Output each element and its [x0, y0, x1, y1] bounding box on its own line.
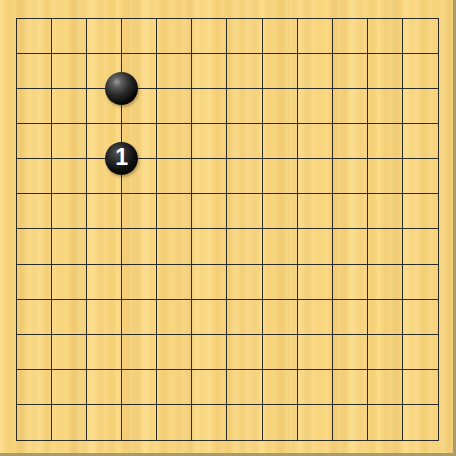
intersection[interactable] — [386, 177, 421, 212]
intersection[interactable] — [0, 247, 33, 282]
intersection[interactable] — [0, 318, 33, 353]
intersection[interactable] — [33, 141, 68, 176]
intersection[interactable] — [69, 247, 104, 282]
intersection[interactable] — [175, 424, 210, 456]
intersection[interactable] — [104, 177, 139, 212]
intersection[interactable] — [351, 0, 386, 35]
intersection[interactable] — [210, 247, 245, 282]
intersection[interactable] — [0, 141, 33, 176]
intersection[interactable] — [351, 212, 386, 247]
intersection[interactable] — [280, 71, 315, 106]
intersection[interactable] — [33, 318, 68, 353]
intersection[interactable] — [386, 247, 421, 282]
intersection[interactable] — [245, 424, 280, 456]
intersection[interactable] — [0, 212, 33, 247]
intersection[interactable] — [175, 35, 210, 70]
intersection[interactable] — [104, 212, 139, 247]
intersection[interactable] — [175, 247, 210, 282]
intersection[interactable] — [351, 106, 386, 141]
intersection[interactable] — [210, 0, 245, 35]
intersection[interactable] — [351, 388, 386, 423]
intersection[interactable] — [422, 177, 456, 212]
intersection[interactable] — [69, 318, 104, 353]
intersection[interactable]: 1 — [104, 141, 139, 176]
intersection[interactable] — [175, 141, 210, 176]
intersection[interactable] — [69, 177, 104, 212]
intersection[interactable] — [316, 282, 351, 317]
intersection[interactable] — [33, 247, 68, 282]
intersection[interactable] — [386, 282, 421, 317]
black-stone-move-1: 1 — [105, 142, 138, 175]
intersection[interactable] — [104, 388, 139, 423]
intersection[interactable] — [245, 35, 280, 70]
intersection[interactable] — [175, 177, 210, 212]
intersection[interactable] — [245, 0, 280, 35]
intersection[interactable] — [386, 106, 421, 141]
intersection[interactable] — [0, 388, 33, 423]
intersection[interactable] — [351, 177, 386, 212]
intersection[interactable] — [104, 353, 139, 388]
intersection[interactable] — [139, 177, 174, 212]
intersection[interactable] — [422, 35, 456, 70]
intersection[interactable] — [104, 35, 139, 70]
intersection[interactable] — [69, 282, 104, 317]
intersection[interactable] — [280, 282, 315, 317]
intersection[interactable] — [33, 282, 68, 317]
intersection[interactable] — [280, 388, 315, 423]
board-intersections: 1 — [0, 0, 456, 456]
move-number-label: 1 — [115, 146, 128, 169]
intersection[interactable] — [351, 282, 386, 317]
intersection[interactable] — [0, 106, 33, 141]
intersection[interactable] — [422, 141, 456, 176]
intersection[interactable] — [139, 71, 174, 106]
intersection[interactable] — [245, 282, 280, 317]
intersection[interactable] — [175, 71, 210, 106]
intersection[interactable] — [316, 0, 351, 35]
intersection[interactable] — [280, 141, 315, 176]
intersection[interactable] — [316, 106, 351, 141]
intersection[interactable] — [69, 106, 104, 141]
intersection[interactable] — [175, 282, 210, 317]
intersection[interactable] — [139, 212, 174, 247]
intersection[interactable] — [139, 282, 174, 317]
intersection[interactable] — [139, 0, 174, 35]
intersection[interactable] — [386, 0, 421, 35]
intersection[interactable] — [245, 247, 280, 282]
intersection[interactable] — [351, 71, 386, 106]
intersection[interactable] — [210, 71, 245, 106]
intersection[interactable] — [316, 388, 351, 423]
intersection[interactable] — [175, 0, 210, 35]
intersection[interactable] — [351, 247, 386, 282]
intersection[interactable] — [316, 353, 351, 388]
intersection[interactable] — [175, 318, 210, 353]
intersection[interactable] — [210, 282, 245, 317]
intersection[interactable] — [139, 247, 174, 282]
intersection[interactable] — [69, 141, 104, 176]
intersection[interactable] — [316, 141, 351, 176]
intersection[interactable] — [69, 388, 104, 423]
intersection[interactable] — [280, 318, 315, 353]
intersection[interactable] — [422, 247, 456, 282]
intersection[interactable] — [245, 212, 280, 247]
intersection[interactable] — [175, 106, 210, 141]
intersection[interactable] — [139, 106, 174, 141]
intersection[interactable] — [69, 424, 104, 456]
intersection[interactable] — [280, 424, 315, 456]
intersection[interactable] — [210, 353, 245, 388]
intersection[interactable] — [210, 318, 245, 353]
intersection[interactable] — [351, 353, 386, 388]
intersection[interactable] — [69, 212, 104, 247]
intersection[interactable] — [210, 35, 245, 70]
intersection[interactable] — [0, 353, 33, 388]
intersection[interactable] — [104, 0, 139, 35]
intersection[interactable] — [69, 353, 104, 388]
intersection[interactable] — [175, 388, 210, 423]
go-board: 1 — [0, 0, 456, 456]
intersection[interactable] — [386, 353, 421, 388]
intersection[interactable] — [351, 424, 386, 456]
intersection[interactable] — [104, 282, 139, 317]
intersection[interactable] — [386, 424, 421, 456]
intersection[interactable] — [33, 177, 68, 212]
intersection[interactable] — [33, 212, 68, 247]
intersection[interactable] — [386, 318, 421, 353]
intersection[interactable] — [210, 141, 245, 176]
intersection[interactable] — [0, 282, 33, 317]
intersection[interactable] — [210, 388, 245, 423]
intersection[interactable] — [386, 71, 421, 106]
intersection[interactable] — [139, 141, 174, 176]
intersection[interactable] — [175, 212, 210, 247]
intersection[interactable] — [175, 353, 210, 388]
intersection[interactable] — [245, 177, 280, 212]
intersection[interactable] — [280, 212, 315, 247]
intersection[interactable] — [422, 353, 456, 388]
intersection[interactable] — [386, 141, 421, 176]
intersection[interactable] — [33, 106, 68, 141]
intersection[interactable] — [33, 424, 68, 456]
intersection[interactable] — [316, 212, 351, 247]
intersection[interactable] — [422, 388, 456, 423]
intersection[interactable] — [422, 282, 456, 317]
intersection[interactable] — [280, 35, 315, 70]
intersection[interactable] — [245, 141, 280, 176]
intersection[interactable] — [0, 35, 33, 70]
intersection[interactable] — [351, 318, 386, 353]
intersection[interactable] — [422, 71, 456, 106]
intersection[interactable] — [0, 71, 33, 106]
intersection[interactable] — [386, 212, 421, 247]
intersection[interactable] — [104, 106, 139, 141]
intersection[interactable] — [351, 35, 386, 70]
intersection[interactable] — [422, 212, 456, 247]
intersection[interactable] — [139, 35, 174, 70]
black-stone — [105, 72, 138, 105]
intersection[interactable] — [69, 71, 104, 106]
intersection[interactable] — [422, 106, 456, 141]
intersection[interactable] — [210, 212, 245, 247]
intersection[interactable] — [316, 424, 351, 456]
intersection[interactable] — [139, 353, 174, 388]
intersection[interactable] — [316, 177, 351, 212]
intersection[interactable] — [33, 35, 68, 70]
intersection[interactable] — [139, 388, 174, 423]
intersection[interactable] — [245, 106, 280, 141]
intersection[interactable] — [245, 388, 280, 423]
intersection[interactable] — [422, 0, 456, 35]
intersection[interactable] — [0, 424, 33, 456]
intersection[interactable] — [245, 353, 280, 388]
intersection[interactable] — [210, 424, 245, 456]
intersection[interactable] — [422, 424, 456, 456]
intersection[interactable] — [104, 71, 139, 106]
intersection[interactable] — [33, 0, 68, 35]
intersection[interactable] — [33, 71, 68, 106]
intersection[interactable] — [316, 35, 351, 70]
intersection[interactable] — [210, 177, 245, 212]
intersection[interactable] — [69, 0, 104, 35]
intersection[interactable] — [104, 424, 139, 456]
intersection[interactable] — [69, 35, 104, 70]
intersection[interactable] — [210, 106, 245, 141]
intersection[interactable] — [316, 247, 351, 282]
intersection[interactable] — [33, 388, 68, 423]
intersection[interactable] — [386, 35, 421, 70]
intersection[interactable] — [316, 318, 351, 353]
intersection[interactable] — [280, 0, 315, 35]
intersection[interactable] — [280, 247, 315, 282]
intersection[interactable] — [280, 106, 315, 141]
intersection[interactable] — [139, 424, 174, 456]
intersection[interactable] — [280, 177, 315, 212]
intersection[interactable] — [104, 247, 139, 282]
intersection[interactable] — [245, 71, 280, 106]
intersection[interactable] — [351, 141, 386, 176]
intersection[interactable] — [422, 318, 456, 353]
intersection[interactable] — [316, 71, 351, 106]
intersection[interactable] — [139, 318, 174, 353]
intersection[interactable] — [386, 388, 421, 423]
intersection[interactable] — [104, 318, 139, 353]
intersection[interactable] — [33, 353, 68, 388]
intersection[interactable] — [0, 177, 33, 212]
intersection[interactable] — [280, 353, 315, 388]
intersection[interactable] — [245, 318, 280, 353]
intersection[interactable] — [0, 0, 33, 35]
